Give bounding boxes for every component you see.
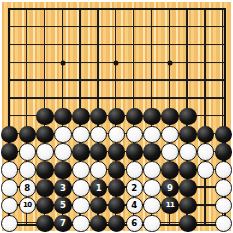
board-point (197, 161, 215, 179)
stones-grid: 8312910541176 (1, 1, 233, 233)
board-point (179, 161, 197, 179)
board-point (1, 179, 19, 197)
stone-white (1, 197, 19, 215)
board-point (54, 161, 72, 179)
stone-white-move-8: 8 (19, 179, 37, 197)
board-point (72, 108, 90, 126)
board-point (215, 125, 233, 143)
stone-white (143, 161, 161, 179)
stone-white-move-2: 2 (126, 179, 144, 197)
board-point (161, 108, 179, 126)
board-point (125, 125, 143, 143)
board-point (72, 143, 90, 161)
stone-white (215, 197, 233, 215)
board-point (143, 143, 161, 161)
stone-black (197, 126, 215, 144)
board-point (36, 215, 54, 233)
board-point (197, 125, 215, 143)
stone-white-move-6: 6 (126, 215, 144, 233)
board-point (18, 125, 36, 143)
stone-white (54, 126, 72, 144)
stone-black (108, 161, 126, 179)
board-point (143, 197, 161, 215)
board-point (18, 161, 36, 179)
stone-white (54, 143, 72, 161)
move-number: 7 (60, 219, 66, 228)
board-point (18, 143, 36, 161)
stone-white-move-4: 4 (126, 197, 144, 215)
board-point (143, 215, 161, 233)
stone-black (72, 108, 90, 126)
board-point (215, 161, 233, 179)
stone-black (54, 161, 72, 179)
stone-black (108, 197, 126, 215)
board-point (72, 179, 90, 197)
board-point (90, 108, 108, 126)
stone-white (179, 143, 197, 161)
stone-black (72, 143, 90, 161)
stone-white (126, 161, 144, 179)
stone-white (215, 161, 233, 179)
board-point: 8 (18, 179, 36, 197)
stone-black (126, 108, 144, 126)
board-point (108, 197, 126, 215)
stone-black (90, 143, 108, 161)
stone-black (179, 179, 197, 197)
board-point (36, 161, 54, 179)
board-point (108, 179, 126, 197)
board-point (125, 161, 143, 179)
board-point (197, 143, 215, 161)
move-number: 8 (24, 184, 30, 193)
board-point (72, 125, 90, 143)
stone-black-move-1: 1 (90, 179, 108, 197)
board-point (90, 197, 108, 215)
board-point (54, 143, 72, 161)
board-point (215, 179, 233, 197)
move-number: 10 (23, 202, 32, 209)
board-point (54, 125, 72, 143)
move-number: 3 (60, 184, 66, 193)
board-point (215, 197, 233, 215)
board-point (125, 143, 143, 161)
stone-white-move-10: 10 (19, 197, 37, 215)
board-point (215, 215, 233, 233)
move-number: 11 (166, 202, 175, 209)
go-diagram: 8312910541176 (0, 0, 233, 233)
board-point (36, 143, 54, 161)
stone-white (197, 161, 215, 179)
board-point: 6 (125, 215, 143, 233)
board-point (161, 161, 179, 179)
stone-black-move-11: 11 (161, 197, 179, 215)
board-point (161, 143, 179, 161)
stone-white (161, 143, 179, 161)
stone-black-move-9: 9 (161, 179, 179, 197)
board-point (36, 108, 54, 126)
board-point (161, 125, 179, 143)
stone-black (108, 143, 126, 161)
board-point (72, 161, 90, 179)
board-point (54, 108, 72, 126)
go-board[interactable]: 8312910541176 (0, 0, 233, 233)
board-point (90, 143, 108, 161)
stone-black (143, 143, 161, 161)
board-point (90, 161, 108, 179)
board-point: 1 (90, 179, 108, 197)
stone-black (90, 108, 108, 126)
stone-white (90, 126, 108, 144)
stone-black (179, 108, 197, 126)
board-point: 4 (125, 197, 143, 215)
board-point (179, 179, 197, 197)
board-point (108, 215, 126, 233)
move-number: 1 (96, 184, 102, 193)
move-number: 5 (60, 201, 66, 210)
stone-black (1, 143, 19, 161)
board-point: 11 (161, 197, 179, 215)
board-point (179, 143, 197, 161)
board-point (108, 125, 126, 143)
board-point (108, 161, 126, 179)
stone-white (197, 143, 215, 161)
move-number: 4 (131, 201, 137, 210)
board-point (1, 215, 19, 233)
stone-white (143, 197, 161, 215)
board-point (90, 125, 108, 143)
board-point (143, 125, 161, 143)
stone-black (161, 161, 179, 179)
stone-white (36, 143, 54, 161)
stone-white (72, 161, 90, 179)
stone-black (179, 161, 197, 179)
board-point (125, 108, 143, 126)
stone-black (36, 126, 54, 144)
stone-black (90, 215, 108, 233)
stone-black (54, 108, 72, 126)
stone-black (36, 108, 54, 126)
board-point: 7 (54, 215, 72, 233)
board-point (72, 215, 90, 233)
stone-black (36, 161, 54, 179)
stone-white (72, 126, 90, 144)
board-point (36, 125, 54, 143)
board-point (143, 179, 161, 197)
board-point (215, 143, 233, 161)
stone-black (179, 215, 197, 233)
stone-white (1, 161, 19, 179)
stone-black (215, 126, 233, 144)
board-point (36, 179, 54, 197)
board-point: 9 (161, 179, 179, 197)
stone-black (215, 143, 233, 161)
stone-black (108, 215, 126, 233)
stone-white (19, 161, 37, 179)
board-point: 2 (125, 179, 143, 197)
board-point (108, 143, 126, 161)
stone-black (90, 197, 108, 215)
stone-black (108, 108, 126, 126)
stone-white (1, 215, 19, 233)
stone-black (108, 179, 126, 197)
board-point (1, 125, 19, 143)
board-point (143, 108, 161, 126)
stone-black (179, 197, 197, 215)
stone-black-move-7: 7 (54, 215, 72, 233)
stone-white (1, 179, 19, 197)
board-point: 5 (54, 197, 72, 215)
stone-black (36, 179, 54, 197)
stone-white (19, 143, 37, 161)
stone-white (126, 126, 144, 144)
stone-white (215, 179, 233, 197)
board-point (108, 108, 126, 126)
stone-white (90, 161, 108, 179)
stone-white (143, 179, 161, 197)
board-point (179, 215, 197, 233)
board-point (1, 197, 19, 215)
stone-black (36, 215, 54, 233)
move-number: 2 (131, 184, 137, 193)
stone-white (72, 197, 90, 215)
board-point (90, 215, 108, 233)
stone-white (72, 215, 90, 233)
board-point: 10 (18, 197, 36, 215)
stone-white (108, 126, 126, 144)
board-point (179, 197, 197, 215)
stone-black (36, 197, 54, 215)
board-point (1, 143, 19, 161)
stone-black (1, 126, 19, 144)
stone-black (179, 126, 197, 144)
stone-black-move-3: 3 (54, 179, 72, 197)
stone-white (143, 126, 161, 144)
stone-white (161, 126, 179, 144)
board-point (72, 197, 90, 215)
stone-black (126, 143, 144, 161)
board-point: 3 (54, 179, 72, 197)
stone-white (215, 215, 233, 233)
stone-black (143, 108, 161, 126)
move-number: 6 (131, 219, 137, 228)
board-point (1, 161, 19, 179)
stone-black (161, 108, 179, 126)
stone-black-move-5: 5 (54, 197, 72, 215)
move-number: 9 (167, 184, 173, 193)
board-point (143, 161, 161, 179)
stone-white (72, 179, 90, 197)
board-point (179, 108, 197, 126)
stone-white (143, 215, 161, 233)
stone-black (19, 126, 37, 144)
board-point (179, 125, 197, 143)
board-point (36, 197, 54, 215)
